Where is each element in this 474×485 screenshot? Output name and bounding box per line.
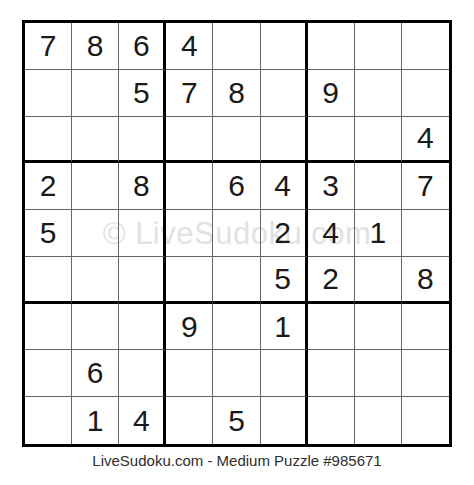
cell-r3c9[interactable]: 4 <box>402 117 449 164</box>
cell-r9c3[interactable]: 4 <box>119 397 166 444</box>
cell-r6c9[interactable]: 8 <box>402 257 449 304</box>
cell-r4c8[interactable] <box>355 163 402 210</box>
cell-r6c7[interactable]: 2 <box>308 257 355 304</box>
cell-r7c6[interactable]: 1 <box>261 304 308 351</box>
puzzle-caption: LiveSudoku.com - Medium Puzzle #985671 <box>0 452 474 469</box>
cell-r2c6[interactable] <box>261 70 308 117</box>
cell-r9c2[interactable]: 1 <box>72 397 119 444</box>
cell-r2c2[interactable] <box>72 70 119 117</box>
cell-r6c2[interactable] <box>72 257 119 304</box>
cell-r4c6[interactable]: 4 <box>261 163 308 210</box>
cell-r6c5[interactable] <box>213 257 260 304</box>
cell-r8c3[interactable] <box>119 350 166 397</box>
cell-r5c1[interactable]: 5 <box>25 210 72 257</box>
cell-r8c8[interactable] <box>355 350 402 397</box>
sudoku-grid: 7864578942864375241528916145 <box>22 20 452 447</box>
cell-r3c5[interactable] <box>213 117 260 164</box>
cell-r3c1[interactable] <box>25 117 72 164</box>
cell-r3c8[interactable] <box>355 117 402 164</box>
cell-r5c3[interactable] <box>119 210 166 257</box>
cell-r9c9[interactable] <box>402 397 449 444</box>
cell-r7c2[interactable] <box>72 304 119 351</box>
cell-r5c7[interactable]: 4 <box>308 210 355 257</box>
cell-r7c8[interactable] <box>355 304 402 351</box>
cell-r4c3[interactable]: 8 <box>119 163 166 210</box>
cell-r9c1[interactable] <box>25 397 72 444</box>
cell-r1c2[interactable]: 8 <box>72 23 119 70</box>
cell-r3c4[interactable] <box>166 117 213 164</box>
cell-r4c2[interactable] <box>72 163 119 210</box>
cell-r7c9[interactable] <box>402 304 449 351</box>
cell-r8c4[interactable] <box>166 350 213 397</box>
cell-r9c6[interactable] <box>261 397 308 444</box>
cell-r3c7[interactable] <box>308 117 355 164</box>
cell-r3c6[interactable] <box>261 117 308 164</box>
cell-r5c6[interactable]: 2 <box>261 210 308 257</box>
sudoku-page: © LiveSudoku.com 78645789428643752415289… <box>0 0 474 485</box>
cell-r4c5[interactable]: 6 <box>213 163 260 210</box>
cell-r1c6[interactable] <box>261 23 308 70</box>
cell-r4c9[interactable]: 7 <box>402 163 449 210</box>
cell-r8c1[interactable] <box>25 350 72 397</box>
cell-r8c2[interactable]: 6 <box>72 350 119 397</box>
cell-r7c1[interactable] <box>25 304 72 351</box>
cell-r7c3[interactable] <box>119 304 166 351</box>
cell-r6c8[interactable] <box>355 257 402 304</box>
cell-r9c7[interactable] <box>308 397 355 444</box>
cell-r7c4[interactable]: 9 <box>166 304 213 351</box>
cell-r3c3[interactable] <box>119 117 166 164</box>
cell-r9c4[interactable] <box>166 397 213 444</box>
cell-r9c5[interactable]: 5 <box>213 397 260 444</box>
cell-r2c4[interactable]: 7 <box>166 70 213 117</box>
cell-r6c4[interactable] <box>166 257 213 304</box>
cell-r2c5[interactable]: 8 <box>213 70 260 117</box>
cell-r8c5[interactable] <box>213 350 260 397</box>
cell-r2c8[interactable] <box>355 70 402 117</box>
cell-r2c1[interactable] <box>25 70 72 117</box>
cell-r2c7[interactable]: 9 <box>308 70 355 117</box>
cell-r6c1[interactable] <box>25 257 72 304</box>
cell-r8c9[interactable] <box>402 350 449 397</box>
cell-r1c9[interactable] <box>402 23 449 70</box>
cell-r6c6[interactable]: 5 <box>261 257 308 304</box>
cell-r2c3[interactable]: 5 <box>119 70 166 117</box>
cell-r7c7[interactable] <box>308 304 355 351</box>
cell-r5c5[interactable] <box>213 210 260 257</box>
cell-r8c7[interactable] <box>308 350 355 397</box>
cell-r6c3[interactable] <box>119 257 166 304</box>
cell-r3c2[interactable] <box>72 117 119 164</box>
cell-r5c4[interactable] <box>166 210 213 257</box>
sudoku-board: © LiveSudoku.com 78645789428643752415289… <box>22 20 452 447</box>
cell-r4c1[interactable]: 2 <box>25 163 72 210</box>
cell-r4c4[interactable] <box>166 163 213 210</box>
cell-r4c7[interactable]: 3 <box>308 163 355 210</box>
cell-r8c6[interactable] <box>261 350 308 397</box>
cell-r1c7[interactable] <box>308 23 355 70</box>
cell-r7c5[interactable] <box>213 304 260 351</box>
cell-r5c8[interactable]: 1 <box>355 210 402 257</box>
cell-r1c4[interactable]: 4 <box>166 23 213 70</box>
cell-r5c2[interactable] <box>72 210 119 257</box>
cell-r1c8[interactable] <box>355 23 402 70</box>
cell-r1c5[interactable] <box>213 23 260 70</box>
cell-r9c8[interactable] <box>355 397 402 444</box>
cell-r5c9[interactable] <box>402 210 449 257</box>
cell-r1c3[interactable]: 6 <box>119 23 166 70</box>
cell-r2c9[interactable] <box>402 70 449 117</box>
cell-r1c1[interactable]: 7 <box>25 23 72 70</box>
